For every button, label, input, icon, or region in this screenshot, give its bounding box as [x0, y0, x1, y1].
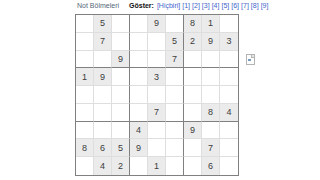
- sudoku-cell-r1c8: 1: [202, 15, 220, 33]
- sudoku-cell-r8c6[interactable]: [166, 139, 184, 157]
- sudoku-cell-r5c4[interactable]: [130, 86, 148, 104]
- sudoku-cell-r1c9[interactable]: [220, 15, 238, 33]
- sudoku-cell-r2c5[interactable]: [148, 33, 166, 51]
- notes-sections-link[interactable]: Not Bölmeleri: [77, 1, 119, 10]
- sudoku-cell-r8c4: 9: [130, 139, 148, 157]
- show-option-link[interactable]: [1]: [182, 2, 190, 9]
- sudoku-cell-r9c5: 1: [148, 157, 166, 175]
- sudoku-cell-r3c3: 9: [112, 51, 130, 69]
- sudoku-cell-r7c3[interactable]: [112, 122, 130, 140]
- sudoku-cell-r6c8: 8: [202, 104, 220, 122]
- sudoku-cell-r7c8[interactable]: [202, 122, 220, 140]
- sudoku-cell-r5c2[interactable]: [94, 86, 112, 104]
- sudoku-cell-r2c7: 2: [184, 33, 202, 51]
- sudoku-cell-r2c4[interactable]: [130, 33, 148, 51]
- sudoku-cell-r5c8[interactable]: [202, 86, 220, 104]
- show-option-link[interactable]: [4]: [212, 2, 220, 9]
- sudoku-cell-r4c6[interactable]: [166, 68, 184, 86]
- sudoku-cell-r3c9[interactable]: [220, 51, 238, 69]
- show-option-link[interactable]: [Hiçbiri]: [157, 2, 180, 9]
- sudoku-cell-r9c6[interactable]: [166, 157, 184, 175]
- sudoku-cell-r2c1[interactable]: [76, 33, 94, 51]
- sudoku-cell-r8c7[interactable]: [184, 139, 202, 157]
- sudoku-cell-r4c7[interactable]: [184, 68, 202, 86]
- sudoku-cell-r5c1[interactable]: [76, 86, 94, 104]
- sudoku-cell-r8c2: 6: [94, 139, 112, 157]
- sudoku-cell-r6c5: 7: [148, 104, 166, 122]
- sudoku-cell-r3c2[interactable]: [94, 51, 112, 69]
- sudoku-cell-r1c7: 8: [184, 15, 202, 33]
- sudoku-cell-r7c7: 9: [184, 122, 202, 140]
- sudoku-cell-r3c5[interactable]: [148, 51, 166, 69]
- sudoku-cell-r6c1[interactable]: [76, 104, 94, 122]
- show-option-link[interactable]: [3]: [202, 2, 210, 9]
- sudoku-board: 5981752939719378449865974216: [75, 14, 239, 176]
- show-option-link[interactable]: [9]: [261, 2, 269, 9]
- broken-image-icon: [246, 54, 255, 65]
- show-option-link[interactable]: [2]: [192, 2, 200, 9]
- sudoku-cell-r1c1[interactable]: [76, 15, 94, 33]
- sudoku-cell-r9c9[interactable]: [220, 157, 238, 175]
- sudoku-cell-r5c3[interactable]: [112, 86, 130, 104]
- sudoku-cell-r2c3[interactable]: [112, 33, 130, 51]
- sudoku-cell-r3c8[interactable]: [202, 51, 220, 69]
- sudoku-cell-r6c3[interactable]: [112, 104, 130, 122]
- sudoku-cell-r9c1[interactable]: [76, 157, 94, 175]
- show-label: Göster:: [129, 1, 154, 10]
- sudoku-cell-r8c8: 7: [202, 139, 220, 157]
- sudoku-cell-r6c7[interactable]: [184, 104, 202, 122]
- sudoku-cell-r2c2: 7: [94, 33, 112, 51]
- sudoku-cell-r9c7[interactable]: [184, 157, 202, 175]
- sudoku-cell-r1c3[interactable]: [112, 15, 130, 33]
- sudoku-cell-r1c4[interactable]: [130, 15, 148, 33]
- sudoku-cell-r4c8[interactable]: [202, 68, 220, 86]
- sudoku-cell-r7c5[interactable]: [148, 122, 166, 140]
- sudoku-cell-r3c6: 7: [166, 51, 184, 69]
- sudoku-cell-r9c4[interactable]: [130, 157, 148, 175]
- sudoku-cell-r6c2[interactable]: [94, 104, 112, 122]
- sudoku-cell-r8c9[interactable]: [220, 139, 238, 157]
- sudoku-cell-r5c5[interactable]: [148, 86, 166, 104]
- sudoku-cell-r1c6[interactable]: [166, 15, 184, 33]
- sudoku-cell-r8c5[interactable]: [148, 139, 166, 157]
- notes-toolbar: Not Bölmeleri Göster: [Hiçbiri][1][2][3]…: [77, 1, 247, 10]
- sudoku-cell-r8c1: 8: [76, 139, 94, 157]
- sudoku-cell-r4c1: 1: [76, 68, 94, 86]
- sudoku-cell-r6c4[interactable]: [130, 104, 148, 122]
- sudoku-cell-r3c1[interactable]: [76, 51, 94, 69]
- sudoku-cell-r4c5: 3: [148, 68, 166, 86]
- sudoku-cell-r1c5: 9: [148, 15, 166, 33]
- sudoku-cell-r7c1[interactable]: [76, 122, 94, 140]
- sudoku-cell-r7c6[interactable]: [166, 122, 184, 140]
- sudoku-cell-r4c3[interactable]: [112, 68, 130, 86]
- show-option-link[interactable]: [8]: [251, 2, 259, 9]
- sudoku-cell-r9c3: 2: [112, 157, 130, 175]
- sudoku-cell-r2c8: 9: [202, 33, 220, 51]
- sudoku-cell-r4c4[interactable]: [130, 68, 148, 86]
- sudoku-cell-r5c9[interactable]: [220, 86, 238, 104]
- sudoku-cell-r7c4: 4: [130, 122, 148, 140]
- sudoku-cell-r3c4[interactable]: [130, 51, 148, 69]
- sudoku-cell-r5c6[interactable]: [166, 86, 184, 104]
- sudoku-cell-r5c7[interactable]: [184, 86, 202, 104]
- sudoku-cell-r2c9: 3: [220, 33, 238, 51]
- sudoku-cell-r8c3: 5: [112, 139, 130, 157]
- show-options: [Hiçbiri][1][2][3][4][5][6][7][8][9]: [157, 1, 271, 10]
- sudoku-cell-r4c9[interactable]: [220, 68, 238, 86]
- sudoku-cell-r6c9: 4: [220, 104, 238, 122]
- sudoku-cell-r6c6[interactable]: [166, 104, 184, 122]
- show-option-link[interactable]: [6]: [231, 2, 239, 9]
- sudoku-cell-r2c6: 5: [166, 33, 184, 51]
- sudoku-cell-r9c8: 6: [202, 157, 220, 175]
- sudoku-cell-r4c2: 9: [94, 68, 112, 86]
- sudoku-cell-r7c9[interactable]: [220, 122, 238, 140]
- show-option-link[interactable]: [5]: [221, 2, 229, 9]
- sudoku-cell-r9c2: 4: [94, 157, 112, 175]
- sudoku-cell-r7c2[interactable]: [94, 122, 112, 140]
- sudoku-cell-r3c7[interactable]: [184, 51, 202, 69]
- show-option-link[interactable]: [7]: [241, 2, 249, 9]
- sudoku-cell-r1c2: 5: [94, 15, 112, 33]
